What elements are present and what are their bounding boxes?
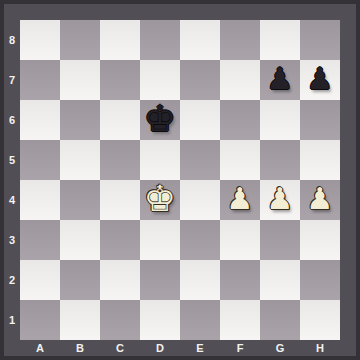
square-e1[interactable] [180, 300, 220, 340]
square-a1[interactable] [20, 300, 60, 340]
square-d4[interactable]: ♚ [140, 180, 180, 220]
file-label-a: A [20, 340, 60, 356]
square-c3[interactable] [100, 220, 140, 260]
piece-white-king-d4[interactable]: ♚ [144, 181, 176, 217]
square-c8[interactable] [100, 20, 140, 60]
frame-corner-top-left [4, 4, 20, 20]
square-f3[interactable] [220, 220, 260, 260]
square-b4[interactable] [60, 180, 100, 220]
square-g1[interactable] [260, 300, 300, 340]
square-b8[interactable] [60, 20, 100, 60]
square-b2[interactable] [60, 260, 100, 300]
square-h2[interactable] [300, 260, 340, 300]
board-frame: 87654321 ♟♟♚♚♟♟♟ ABCDEFGH [4, 4, 356, 356]
piece-white-pawn-h4[interactable]: ♟ [307, 184, 334, 214]
square-d8[interactable] [140, 20, 180, 60]
square-e3[interactable] [180, 220, 220, 260]
board: ♟♟♚♚♟♟♟ [20, 20, 340, 340]
square-h6[interactable] [300, 100, 340, 140]
square-d1[interactable] [140, 300, 180, 340]
square-a8[interactable] [20, 20, 60, 60]
file-label-g: G [260, 340, 300, 356]
square-e8[interactable] [180, 20, 220, 60]
square-f4[interactable]: ♟ [220, 180, 260, 220]
square-e2[interactable] [180, 260, 220, 300]
square-c7[interactable] [100, 60, 140, 100]
rank-label-1: 1 [4, 300, 20, 340]
square-g5[interactable] [260, 140, 300, 180]
square-c4[interactable] [100, 180, 140, 220]
square-c5[interactable] [100, 140, 140, 180]
square-a4[interactable] [20, 180, 60, 220]
frame-corner-top-right [340, 4, 356, 20]
square-e7[interactable] [180, 60, 220, 100]
square-g4[interactable]: ♟ [260, 180, 300, 220]
piece-black-pawn-h7[interactable]: ♟ [307, 64, 334, 94]
file-label-d: D [140, 340, 180, 356]
square-d7[interactable] [140, 60, 180, 100]
piece-black-king-d6[interactable]: ♚ [144, 101, 176, 137]
square-d5[interactable] [140, 140, 180, 180]
square-d2[interactable] [140, 260, 180, 300]
piece-white-pawn-f4[interactable]: ♟ [227, 184, 254, 214]
square-f7[interactable] [220, 60, 260, 100]
chess-board-window: 87654321 ♟♟♚♚♟♟♟ ABCDEFGH [0, 0, 360, 360]
square-f1[interactable] [220, 300, 260, 340]
square-g6[interactable] [260, 100, 300, 140]
file-label-f: F [220, 340, 260, 356]
square-a3[interactable] [20, 220, 60, 260]
square-h7[interactable]: ♟ [300, 60, 340, 100]
file-label-h: H [300, 340, 340, 356]
frame-corner-bottom-left [4, 340, 20, 356]
square-c2[interactable] [100, 260, 140, 300]
square-h1[interactable] [300, 300, 340, 340]
square-b7[interactable] [60, 60, 100, 100]
rank-label-8: 8 [4, 20, 20, 60]
square-a5[interactable] [20, 140, 60, 180]
rank-label-4: 4 [4, 180, 20, 220]
piece-white-pawn-g4[interactable]: ♟ [267, 184, 294, 214]
rank-label-7: 7 [4, 60, 20, 100]
square-e4[interactable] [180, 180, 220, 220]
piece-black-pawn-g7[interactable]: ♟ [267, 64, 294, 94]
rank-label-6: 6 [4, 100, 20, 140]
frame-right-strip [340, 20, 356, 340]
square-h3[interactable] [300, 220, 340, 260]
square-a6[interactable] [20, 100, 60, 140]
square-a2[interactable] [20, 260, 60, 300]
file-labels: ABCDEFGH [20, 340, 340, 356]
square-h8[interactable] [300, 20, 340, 60]
square-b3[interactable] [60, 220, 100, 260]
rank-label-2: 2 [4, 260, 20, 300]
square-b1[interactable] [60, 300, 100, 340]
frame-corner-bottom-right [340, 340, 356, 356]
square-b6[interactable] [60, 100, 100, 140]
square-h5[interactable] [300, 140, 340, 180]
square-e5[interactable] [180, 140, 220, 180]
rank-label-5: 5 [4, 140, 20, 180]
square-g3[interactable] [260, 220, 300, 260]
square-d3[interactable] [140, 220, 180, 260]
rank-label-3: 3 [4, 220, 20, 260]
square-b5[interactable] [60, 140, 100, 180]
file-label-b: B [60, 340, 100, 356]
square-f2[interactable] [220, 260, 260, 300]
rank-labels: 87654321 [4, 20, 20, 340]
square-f5[interactable] [220, 140, 260, 180]
file-label-c: C [100, 340, 140, 356]
file-label-e: E [180, 340, 220, 356]
square-f6[interactable] [220, 100, 260, 140]
square-f8[interactable] [220, 20, 260, 60]
square-g7[interactable]: ♟ [260, 60, 300, 100]
square-g8[interactable] [260, 20, 300, 60]
square-c1[interactable] [100, 300, 140, 340]
square-c6[interactable] [100, 100, 140, 140]
square-d6[interactable]: ♚ [140, 100, 180, 140]
square-a7[interactable] [20, 60, 60, 100]
square-e6[interactable] [180, 100, 220, 140]
square-g2[interactable] [260, 260, 300, 300]
square-h4[interactable]: ♟ [300, 180, 340, 220]
